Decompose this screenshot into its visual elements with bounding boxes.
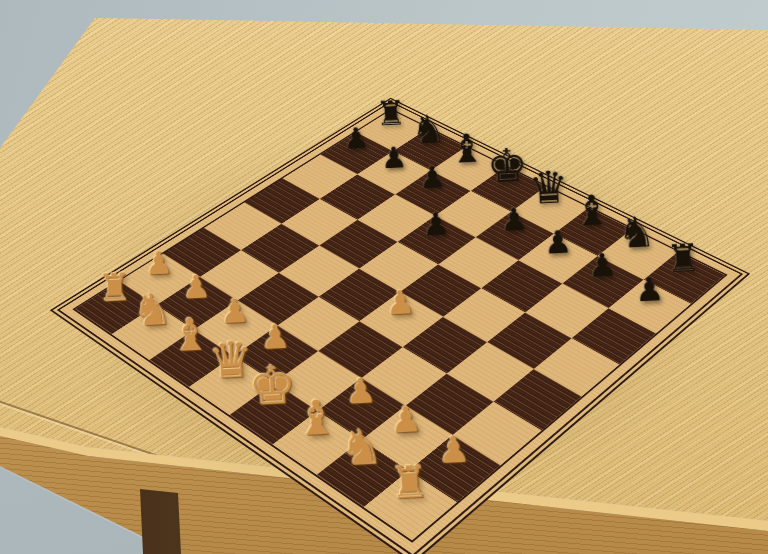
square-a1: ♜	[75, 281, 156, 334]
square-h6	[572, 308, 656, 364]
scene: ♜♞♝♚♛♝♞♜♟♟♟♟♟♟♟♟♟♟♟♟♟♟♟♟♜♞♝♛♚♝♞♜	[0, 0, 768, 554]
